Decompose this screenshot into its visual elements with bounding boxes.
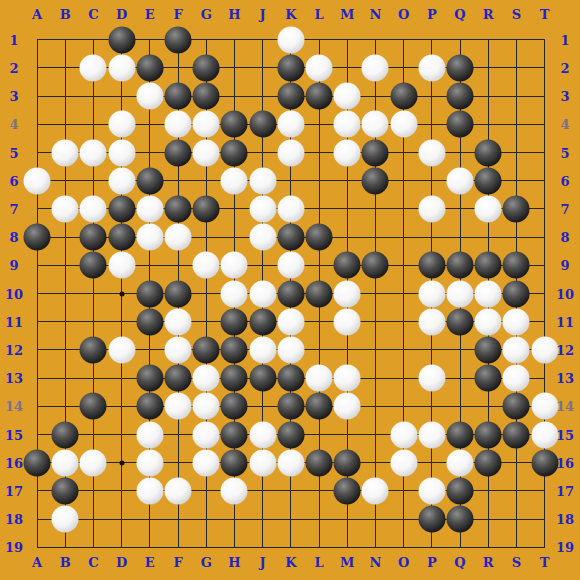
row-label-left-9: 9	[9, 259, 18, 272]
col-label-top-L: L	[314, 7, 323, 20]
col-label-top-T: T	[540, 7, 550, 20]
col-label-top-F: F	[173, 7, 182, 20]
black-stone-D1	[108, 26, 135, 53]
row-label-right-7: 7	[560, 202, 569, 215]
row-label-left-4: 4	[9, 118, 18, 131]
col-label-top-B: B	[60, 7, 71, 20]
white-stone-Q16	[447, 449, 474, 476]
white-stone-R7	[475, 195, 502, 222]
black-stone-K2	[277, 54, 304, 81]
row-label-left-2: 2	[9, 61, 18, 74]
black-stone-L3	[306, 83, 333, 110]
col-label-top-H: H	[228, 7, 240, 20]
black-stone-C9	[80, 252, 107, 279]
black-stone-L16	[306, 449, 333, 476]
white-stone-N2	[362, 54, 389, 81]
row-label-left-3: 3	[9, 90, 18, 103]
white-stone-S12	[503, 336, 530, 363]
black-stone-F13	[165, 365, 192, 392]
black-stone-H15	[221, 421, 248, 448]
black-stone-K14	[277, 393, 304, 420]
black-stone-L8	[306, 224, 333, 251]
black-stone-P9	[418, 252, 445, 279]
black-stone-P18	[418, 506, 445, 533]
white-stone-M10	[334, 280, 361, 307]
white-stone-J7	[249, 195, 276, 222]
black-stone-R15	[475, 421, 502, 448]
white-stone-C2	[80, 54, 107, 81]
white-stone-J15	[249, 421, 276, 448]
black-stone-Q18	[447, 506, 474, 533]
black-stone-L10	[306, 280, 333, 307]
black-stone-G12	[193, 336, 220, 363]
white-stone-F4	[165, 111, 192, 138]
col-label-top-J: J	[260, 7, 266, 20]
black-stone-E14	[136, 393, 163, 420]
white-stone-O4	[390, 111, 417, 138]
black-stone-N5	[362, 139, 389, 166]
col-label-top-A: A	[32, 7, 42, 20]
col-label-bottom-Q: Q	[454, 555, 465, 568]
black-stone-E2	[136, 54, 163, 81]
white-stone-P5	[418, 139, 445, 166]
black-stone-S15	[503, 421, 530, 448]
white-stone-K11	[277, 308, 304, 335]
white-stone-B7	[52, 195, 79, 222]
row-label-right-17: 17	[556, 484, 574, 497]
white-stone-T15	[531, 421, 558, 448]
white-stone-C16	[80, 449, 107, 476]
white-stone-E3	[136, 83, 163, 110]
col-label-bottom-G: G	[201, 555, 212, 568]
white-stone-P13	[418, 365, 445, 392]
black-stone-E11	[136, 308, 163, 335]
black-stone-M16	[334, 449, 361, 476]
row-label-right-6: 6	[560, 174, 569, 187]
col-label-bottom-S: S	[512, 555, 521, 568]
col-label-bottom-A: A	[32, 555, 42, 568]
black-stone-H14	[221, 393, 248, 420]
white-stone-P7	[418, 195, 445, 222]
row-label-right-8: 8	[560, 231, 569, 244]
white-stone-H9	[221, 252, 248, 279]
black-stone-D8	[108, 224, 135, 251]
white-stone-D4	[108, 111, 135, 138]
white-stone-F12	[165, 336, 192, 363]
white-stone-O16	[390, 449, 417, 476]
col-label-top-K: K	[285, 7, 296, 20]
white-stone-O15	[390, 421, 417, 448]
col-label-top-N: N	[369, 7, 381, 20]
white-stone-S13	[503, 365, 530, 392]
col-label-bottom-O: O	[398, 555, 409, 568]
white-stone-G9	[193, 252, 220, 279]
black-stone-F5	[165, 139, 192, 166]
white-stone-M5	[334, 139, 361, 166]
black-stone-H12	[221, 336, 248, 363]
black-stone-F3	[165, 83, 192, 110]
black-stone-Q17	[447, 477, 474, 504]
white-stone-P11	[418, 308, 445, 335]
white-stone-S11	[503, 308, 530, 335]
black-stone-C8	[80, 224, 107, 251]
col-label-bottom-B: B	[60, 555, 71, 568]
black-stone-O3	[390, 83, 417, 110]
black-stone-Q4	[447, 111, 474, 138]
white-stone-M14	[334, 393, 361, 420]
row-label-right-9: 9	[560, 259, 569, 272]
black-stone-H11	[221, 308, 248, 335]
black-stone-H13	[221, 365, 248, 392]
white-stone-J8	[249, 224, 276, 251]
row-label-left-8: 8	[9, 231, 18, 244]
row-label-right-13: 13	[556, 372, 574, 385]
white-stone-F8	[165, 224, 192, 251]
row-label-right-16: 16	[556, 456, 574, 469]
white-stone-F11	[165, 308, 192, 335]
white-stone-J10	[249, 280, 276, 307]
row-label-right-4: 4	[560, 118, 569, 131]
white-stone-M4	[334, 111, 361, 138]
black-stone-L14	[306, 393, 333, 420]
white-stone-D2	[108, 54, 135, 81]
black-stone-R16	[475, 449, 502, 476]
white-stone-C7	[80, 195, 107, 222]
white-stone-E8	[136, 224, 163, 251]
white-stone-N4	[362, 111, 389, 138]
white-stone-K4	[277, 111, 304, 138]
col-label-bottom-M: M	[340, 555, 354, 568]
black-stone-M17	[334, 477, 361, 504]
col-label-top-S: S	[512, 7, 521, 20]
black-stone-Q9	[447, 252, 474, 279]
black-stone-F10	[165, 280, 192, 307]
row-label-right-12: 12	[556, 343, 574, 356]
col-label-top-E: E	[145, 7, 155, 20]
black-stone-S14	[503, 393, 530, 420]
white-stone-E15	[136, 421, 163, 448]
col-label-bottom-E: E	[145, 555, 155, 568]
col-label-bottom-J: J	[260, 555, 266, 568]
row-label-left-18: 18	[5, 513, 23, 526]
row-label-left-1: 1	[9, 33, 18, 46]
white-stone-B18	[52, 506, 79, 533]
black-stone-H16	[221, 449, 248, 476]
white-stone-G13	[193, 365, 220, 392]
black-stone-S9	[503, 252, 530, 279]
black-stone-R12	[475, 336, 502, 363]
white-stone-D5	[108, 139, 135, 166]
white-stone-M13	[334, 365, 361, 392]
black-stone-B15	[52, 421, 79, 448]
star-point-D10	[119, 291, 124, 296]
row-label-left-17: 17	[5, 484, 23, 497]
col-label-top-O: O	[398, 7, 409, 20]
row-label-left-13: 13	[5, 372, 23, 385]
black-stone-A16	[24, 449, 51, 476]
row-label-right-1: 1	[560, 33, 569, 46]
white-stone-K9	[277, 252, 304, 279]
white-stone-B5	[52, 139, 79, 166]
white-stone-J12	[249, 336, 276, 363]
white-stone-P10	[418, 280, 445, 307]
white-stone-Q6	[447, 167, 474, 194]
black-stone-Q11	[447, 308, 474, 335]
star-point-D16	[119, 460, 124, 465]
white-stone-P15	[418, 421, 445, 448]
col-label-bottom-D: D	[116, 555, 127, 568]
white-stone-F14	[165, 393, 192, 420]
col-label-bottom-T: T	[540, 555, 550, 568]
white-stone-D9	[108, 252, 135, 279]
white-stone-L13	[306, 365, 333, 392]
black-stone-G7	[193, 195, 220, 222]
black-stone-S7	[503, 195, 530, 222]
white-stone-G5	[193, 139, 220, 166]
col-label-bottom-N: N	[369, 555, 381, 568]
row-label-left-6: 6	[9, 174, 18, 187]
black-stone-E10	[136, 280, 163, 307]
black-stone-N6	[362, 167, 389, 194]
white-stone-G14	[193, 393, 220, 420]
white-stone-K7	[277, 195, 304, 222]
white-stone-P2	[418, 54, 445, 81]
col-label-top-P: P	[427, 7, 437, 20]
black-stone-N9	[362, 252, 389, 279]
white-stone-G4	[193, 111, 220, 138]
black-stone-F1	[165, 26, 192, 53]
row-label-left-11: 11	[5, 315, 23, 328]
black-stone-B17	[52, 477, 79, 504]
white-stone-L2	[306, 54, 333, 81]
black-stone-G3	[193, 83, 220, 110]
white-stone-G15	[193, 421, 220, 448]
white-stone-K12	[277, 336, 304, 363]
white-stone-Q10	[447, 280, 474, 307]
row-label-right-14: 14	[556, 400, 574, 413]
white-stone-J16	[249, 449, 276, 476]
black-stone-K8	[277, 224, 304, 251]
white-stone-R11	[475, 308, 502, 335]
black-stone-H4	[221, 111, 248, 138]
row-label-right-15: 15	[556, 428, 574, 441]
white-stone-D12	[108, 336, 135, 363]
black-stone-G2	[193, 54, 220, 81]
row-label-right-11: 11	[556, 315, 574, 328]
col-label-bottom-R: R	[483, 555, 494, 568]
black-stone-J4	[249, 111, 276, 138]
black-stone-K13	[277, 365, 304, 392]
white-stone-K16	[277, 449, 304, 476]
row-label-right-19: 19	[556, 541, 574, 554]
white-stone-M3	[334, 83, 361, 110]
white-stone-G16	[193, 449, 220, 476]
black-stone-K15	[277, 421, 304, 448]
black-stone-T16	[531, 449, 558, 476]
row-label-left-10: 10	[5, 287, 23, 300]
black-stone-F7	[165, 195, 192, 222]
row-label-left-19: 19	[5, 541, 23, 554]
black-stone-R13	[475, 365, 502, 392]
col-label-top-Q: Q	[454, 7, 465, 20]
black-stone-S10	[503, 280, 530, 307]
row-label-right-18: 18	[556, 513, 574, 526]
black-stone-Q2	[447, 54, 474, 81]
black-stone-R9	[475, 252, 502, 279]
white-stone-T14	[531, 393, 558, 420]
white-stone-E7	[136, 195, 163, 222]
white-stone-H6	[221, 167, 248, 194]
white-stone-R10	[475, 280, 502, 307]
row-label-left-12: 12	[5, 343, 23, 356]
white-stone-K5	[277, 139, 304, 166]
col-label-bottom-L: L	[314, 555, 323, 568]
white-stone-H10	[221, 280, 248, 307]
black-stone-J13	[249, 365, 276, 392]
white-stone-J6	[249, 167, 276, 194]
row-label-left-5: 5	[9, 146, 18, 159]
col-label-top-C: C	[88, 7, 98, 20]
black-stone-H5	[221, 139, 248, 166]
black-stone-C12	[80, 336, 107, 363]
col-label-top-G: G	[201, 7, 212, 20]
row-label-right-10: 10	[556, 287, 574, 300]
row-label-right-2: 2	[560, 61, 569, 74]
black-stone-Q15	[447, 421, 474, 448]
black-stone-K3	[277, 83, 304, 110]
row-label-left-15: 15	[5, 428, 23, 441]
black-stone-A8	[24, 224, 51, 251]
black-stone-R5	[475, 139, 502, 166]
white-stone-C5	[80, 139, 107, 166]
white-stone-B16	[52, 449, 79, 476]
black-stone-E13	[136, 365, 163, 392]
white-stone-M11	[334, 308, 361, 335]
row-label-right-3: 3	[560, 90, 569, 103]
white-stone-K1	[277, 26, 304, 53]
white-stone-N17	[362, 477, 389, 504]
black-stone-R6	[475, 167, 502, 194]
row-label-left-16: 16	[5, 456, 23, 469]
black-stone-J11	[249, 308, 276, 335]
black-stone-E6	[136, 167, 163, 194]
white-stone-A6	[24, 167, 51, 194]
col-label-top-R: R	[483, 7, 494, 20]
row-label-left-14: 14	[5, 400, 23, 413]
col-label-top-M: M	[340, 7, 354, 20]
black-stone-Q3	[447, 83, 474, 110]
black-stone-C14	[80, 393, 107, 420]
grid-line-horizontal	[37, 547, 546, 548]
black-stone-D7	[108, 195, 135, 222]
black-stone-M9	[334, 252, 361, 279]
white-stone-P17	[418, 477, 445, 504]
black-stone-K10	[277, 280, 304, 307]
col-label-bottom-P: P	[427, 555, 437, 568]
white-stone-F17	[165, 477, 192, 504]
col-label-bottom-K: K	[285, 555, 296, 568]
row-label-left-7: 7	[9, 202, 18, 215]
go-board[interactable]: AABBCCDDEEFFGGHHJJKKLLMMNNOOPPQQRRSSTT11…	[0, 0, 580, 580]
white-stone-D6	[108, 167, 135, 194]
white-stone-E16	[136, 449, 163, 476]
white-stone-H17	[221, 477, 248, 504]
col-label-bottom-F: F	[173, 555, 182, 568]
white-stone-E17	[136, 477, 163, 504]
col-label-bottom-C: C	[88, 555, 98, 568]
col-label-bottom-H: H	[228, 555, 240, 568]
white-stone-T12	[531, 336, 558, 363]
row-label-right-5: 5	[560, 146, 569, 159]
col-label-top-D: D	[116, 7, 127, 20]
